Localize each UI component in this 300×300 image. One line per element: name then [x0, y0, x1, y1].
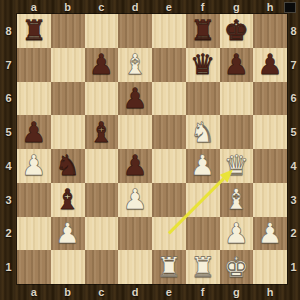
coord-file-f: f	[186, 284, 220, 300]
square-c1[interactable]	[85, 250, 119, 284]
square-f1[interactable]: ♜	[186, 250, 220, 284]
square-b2[interactable]: ♟	[51, 217, 85, 251]
coord-rank-2: 2	[287, 217, 300, 251]
coord-rank-1: 1	[287, 250, 300, 284]
square-g2[interactable]: ♟	[220, 217, 254, 251]
square-c8[interactable]	[85, 14, 119, 48]
square-h5[interactable]	[253, 115, 287, 149]
square-c4[interactable]	[85, 149, 119, 183]
square-d2[interactable]	[118, 217, 152, 251]
square-b4[interactable]: ♞	[51, 149, 85, 183]
coord-file-a: a	[17, 284, 51, 300]
square-a5[interactable]: ♟	[17, 115, 51, 149]
square-f5[interactable]: ♞	[186, 115, 220, 149]
square-g5[interactable]	[220, 115, 254, 149]
square-e8[interactable]	[152, 14, 186, 48]
piece-white-rook[interactable]: ♜	[156, 251, 181, 284]
piece-black-pawn[interactable]: ♟	[89, 48, 114, 81]
rank-labels-left: 87654321	[0, 14, 17, 284]
square-b6[interactable]	[51, 82, 85, 116]
piece-white-pawn[interactable]: ♟	[258, 217, 283, 250]
piece-white-pawn[interactable]: ♟	[190, 149, 215, 182]
square-f4[interactable]: ♟	[186, 149, 220, 183]
piece-black-pawn[interactable]: ♟	[123, 149, 148, 182]
coord-file-e: e	[152, 0, 186, 14]
square-g6[interactable]	[220, 82, 254, 116]
square-a2[interactable]	[17, 217, 51, 251]
coord-rank-2: 2	[0, 217, 17, 251]
piece-black-pawn[interactable]: ♟	[123, 82, 148, 115]
square-e4[interactable]	[152, 149, 186, 183]
coord-file-e: e	[152, 284, 186, 300]
piece-white-king[interactable]: ♚	[224, 251, 249, 284]
coord-file-a: a	[17, 0, 51, 14]
square-f6[interactable]	[186, 82, 220, 116]
square-f2[interactable]	[186, 217, 220, 251]
square-e1[interactable]: ♜	[152, 250, 186, 284]
square-c2[interactable]	[85, 217, 119, 251]
square-a4[interactable]: ♟	[17, 149, 51, 183]
piece-black-pawn[interactable]: ♟	[21, 116, 46, 149]
square-d7[interactable]: ♝	[118, 48, 152, 82]
coord-rank-8: 8	[0, 14, 17, 48]
square-e6[interactable]	[152, 82, 186, 116]
square-d5[interactable]	[118, 115, 152, 149]
chess-board[interactable]: ♜♜♚♟♝♛♟♟♟♟♝♞♟♞♟♟♛♝♟♝♟♟♟♜♜♚	[17, 14, 287, 284]
piece-white-pawn[interactable]: ♟	[55, 217, 80, 250]
square-c6[interactable]	[85, 82, 119, 116]
square-a1[interactable]	[17, 250, 51, 284]
piece-black-bishop[interactable]: ♝	[55, 183, 80, 216]
coord-file-h: h	[253, 284, 287, 300]
square-h6[interactable]	[253, 82, 287, 116]
piece-black-knight[interactable]: ♞	[55, 149, 80, 182]
square-h2[interactable]: ♟	[253, 217, 287, 251]
coord-file-c: c	[85, 284, 119, 300]
piece-white-pawn[interactable]: ♟	[21, 149, 46, 182]
square-b5[interactable]	[51, 115, 85, 149]
square-c5[interactable]: ♝	[85, 115, 119, 149]
piece-white-knight[interactable]: ♞	[190, 116, 215, 149]
square-f7[interactable]: ♛	[186, 48, 220, 82]
square-g1[interactable]: ♚	[220, 250, 254, 284]
piece-white-queen[interactable]: ♛	[224, 149, 249, 182]
piece-white-bishop[interactable]: ♝	[123, 48, 148, 81]
coord-rank-7: 7	[0, 48, 17, 82]
file-labels-bottom: abcdefgh	[17, 284, 287, 300]
square-a6[interactable]	[17, 82, 51, 116]
coord-rank-5: 5	[287, 115, 300, 149]
square-d6[interactable]: ♟	[118, 82, 152, 116]
piece-black-bishop[interactable]: ♝	[89, 116, 114, 149]
square-e7[interactable]	[152, 48, 186, 82]
piece-white-pawn[interactable]: ♟	[224, 217, 249, 250]
coord-file-g: g	[220, 284, 254, 300]
piece-black-rook[interactable]: ♜	[190, 14, 215, 47]
square-f3[interactable]	[186, 183, 220, 217]
square-a7[interactable]	[17, 48, 51, 82]
piece-white-rook[interactable]: ♜	[190, 251, 215, 284]
square-g3[interactable]: ♝	[220, 183, 254, 217]
square-c3[interactable]	[85, 183, 119, 217]
coord-rank-3: 3	[0, 183, 17, 217]
square-d1[interactable]	[118, 250, 152, 284]
piece-white-pawn[interactable]: ♟	[123, 183, 148, 216]
coord-rank-5: 5	[0, 115, 17, 149]
square-h1[interactable]	[253, 250, 287, 284]
square-d8[interactable]	[118, 14, 152, 48]
coord-file-f: f	[186, 0, 220, 14]
piece-black-pawn[interactable]: ♟	[258, 48, 283, 81]
square-b3[interactable]: ♝	[51, 183, 85, 217]
square-a3[interactable]	[17, 183, 51, 217]
square-b1[interactable]	[51, 250, 85, 284]
square-g8[interactable]: ♚	[220, 14, 254, 48]
coord-file-d: d	[118, 0, 152, 14]
piece-black-king[interactable]: ♚	[224, 14, 249, 47]
coord-file-h: h	[253, 0, 287, 14]
square-g4[interactable]: ♛	[220, 149, 254, 183]
file-labels-top: abcdefgh	[17, 0, 287, 14]
coord-rank-1: 1	[0, 250, 17, 284]
square-d4[interactable]: ♟	[118, 149, 152, 183]
square-b7[interactable]	[51, 48, 85, 82]
coord-rank-3: 3	[287, 183, 300, 217]
piece-black-queen[interactable]: ♛	[190, 48, 215, 81]
square-h7[interactable]: ♟	[253, 48, 287, 82]
square-e2[interactable]	[152, 217, 186, 251]
square-h3[interactable]	[253, 183, 287, 217]
square-c7[interactable]: ♟	[85, 48, 119, 82]
square-h8[interactable]	[253, 14, 287, 48]
coord-rank-6: 6	[0, 82, 17, 116]
square-g7[interactable]: ♟	[220, 48, 254, 82]
piece-white-bishop[interactable]: ♝	[224, 183, 249, 216]
side-to-move-indicator	[284, 2, 296, 13]
coord-file-b: b	[51, 0, 85, 14]
square-h4[interactable]	[253, 149, 287, 183]
coord-rank-4: 4	[0, 149, 17, 183]
square-a8[interactable]: ♜	[17, 14, 51, 48]
coord-file-c: c	[85, 0, 119, 14]
square-f8[interactable]: ♜	[186, 14, 220, 48]
coord-file-d: d	[118, 284, 152, 300]
piece-black-rook[interactable]: ♜	[21, 14, 46, 47]
rank-labels-right: 87654321	[287, 14, 300, 284]
piece-black-pawn[interactable]: ♟	[224, 48, 249, 81]
coord-file-g: g	[220, 0, 254, 14]
square-b8[interactable]	[51, 14, 85, 48]
square-d3[interactable]: ♟	[118, 183, 152, 217]
coord-rank-7: 7	[287, 48, 300, 82]
coord-rank-8: 8	[287, 14, 300, 48]
coord-rank-4: 4	[287, 149, 300, 183]
square-e5[interactable]	[152, 115, 186, 149]
coord-rank-6: 6	[287, 82, 300, 116]
square-e3[interactable]	[152, 183, 186, 217]
coord-file-b: b	[51, 284, 85, 300]
